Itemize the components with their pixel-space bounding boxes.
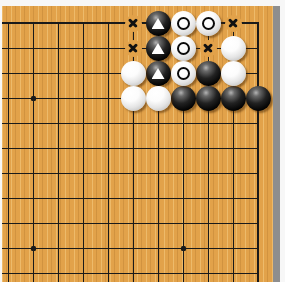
black-stone-r17[interactable] xyxy=(196,61,221,86)
grid-line-vertical-3 xyxy=(83,22,84,282)
grid-line-horizontal-6 xyxy=(2,173,259,174)
circle-mark xyxy=(177,17,190,30)
white-stone-q18[interactable] xyxy=(171,36,196,61)
black-stone-t16[interactable] xyxy=(246,86,271,111)
triangle-mark xyxy=(152,43,165,54)
black-stone-p18[interactable] xyxy=(146,36,171,61)
grid-line-vertical-1 xyxy=(33,22,34,282)
black-stone-p19[interactable] xyxy=(146,11,171,36)
x-mark-r18 xyxy=(200,40,217,57)
white-stone-o16[interactable] xyxy=(121,86,146,111)
circle-mark xyxy=(202,17,215,30)
triangle-mark xyxy=(152,68,165,79)
white-stone-o17[interactable] xyxy=(121,61,146,86)
triangle-mark xyxy=(152,18,165,29)
black-stone-s16[interactable] xyxy=(221,86,246,111)
go-diagram xyxy=(0,0,285,282)
grid-line-vertical-10 xyxy=(257,22,259,282)
go-board[interactable] xyxy=(2,6,273,282)
star-point-k16 xyxy=(31,96,36,101)
white-stone-s17[interactable] xyxy=(221,61,246,86)
black-stone-r16[interactable] xyxy=(196,86,221,111)
white-stone-q17[interactable] xyxy=(171,61,196,86)
board-shadow-edge xyxy=(273,6,280,282)
grid-line-vertical-0 xyxy=(8,22,9,282)
grid-line-horizontal-4 xyxy=(2,123,259,124)
star-point-q10 xyxy=(181,246,186,251)
white-stone-q19[interactable] xyxy=(171,11,196,36)
black-stone-q16[interactable] xyxy=(171,86,196,111)
x-mark-o19 xyxy=(125,15,142,32)
grid-line-horizontal-9 xyxy=(2,248,259,249)
x-mark-o18 xyxy=(125,40,142,57)
star-point-k10 xyxy=(31,246,36,251)
grid-line-horizontal-7 xyxy=(2,198,259,199)
grid-line-vertical-2 xyxy=(58,22,59,282)
grid-line-horizontal-5 xyxy=(2,148,259,149)
grid-line-horizontal-10 xyxy=(2,273,259,274)
circle-mark xyxy=(177,67,190,80)
grid-line-vertical-4 xyxy=(108,22,109,282)
circle-mark xyxy=(177,42,190,55)
white-stone-r19[interactable] xyxy=(196,11,221,36)
white-stone-s18[interactable] xyxy=(221,36,246,61)
grid-line-horizontal-8 xyxy=(2,223,259,224)
x-mark-s19 xyxy=(225,15,242,32)
white-stone-p16[interactable] xyxy=(146,86,171,111)
black-stone-p17[interactable] xyxy=(146,61,171,86)
